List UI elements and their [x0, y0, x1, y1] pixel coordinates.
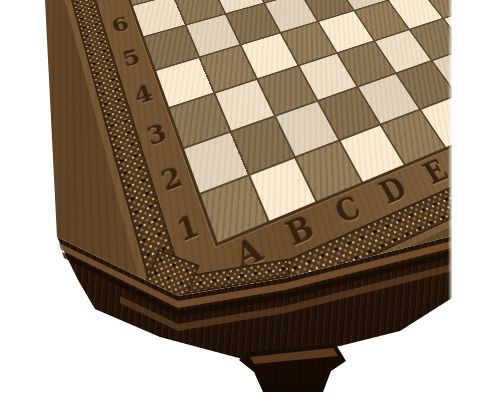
chessboard-photo: 12345678 ABCDEFGH [0, 0, 500, 400]
photo-crop-margin [452, 0, 500, 400]
